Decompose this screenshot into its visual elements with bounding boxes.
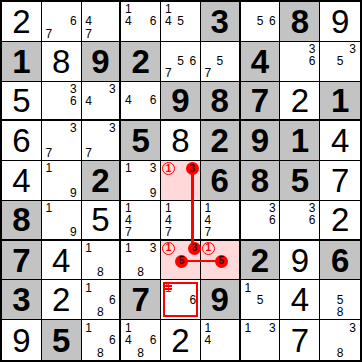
solved-digit: 2: [171, 324, 189, 357]
chain-candidate-on-icon: 3: [188, 242, 201, 255]
empty-candidate-slot: [294, 214, 306, 226]
empty-candidate-slot: [334, 281, 347, 293]
candidate: 1: [242, 321, 254, 334]
candidate: 3: [346, 321, 359, 334]
empty-candidate-slot: [321, 67, 334, 79]
empty-candidate-slot: [43, 174, 55, 186]
cell-r5c3[interactable]: 2: [82, 161, 122, 201]
candidate-grid: 57: [202, 43, 238, 80]
empty-candidate-slot: [162, 43, 174, 55]
cell-r4c8[interactable]: 1: [280, 121, 320, 161]
empty-candidate-slot: [43, 122, 55, 134]
cell-r8c7[interactable]: 15: [241, 280, 281, 320]
empty-candidate-slot: [55, 28, 67, 40]
cell-r5c2[interactable]: 19: [42, 161, 82, 201]
empty-candidate-slot: [94, 83, 106, 95]
cell-r9c7[interactable]: 13: [241, 320, 281, 360]
candidate: 9: [67, 226, 79, 238]
empty-candidate-slot: [254, 306, 266, 318]
cell-r1c7[interactable]: 56: [241, 2, 281, 42]
empty-candidate-slot: [215, 268, 228, 279]
empty-candidate-slot: [214, 321, 226, 334]
empty-candidate-slot: [214, 334, 226, 347]
candidate: 3: [106, 122, 118, 134]
cell-r1c9[interactable]: 9: [320, 2, 360, 42]
given-digit: 8: [12, 203, 30, 236]
cell-r9c5[interactable]: 2: [161, 320, 201, 360]
empty-candidate-slot: [43, 135, 55, 147]
candidate: 3: [346, 43, 359, 55]
cell-r6c8[interactable]: 36: [280, 201, 320, 241]
empty-candidate-slot: [43, 214, 55, 226]
cell-r5c5[interactable]: 13: [161, 161, 201, 201]
cell-r4c4[interactable]: 5: [121, 121, 161, 161]
candidate: 7: [83, 147, 95, 159]
empty-candidate-slot: [135, 226, 147, 238]
empty-candidate-slot: [174, 202, 186, 214]
candidate: 5: [174, 15, 186, 27]
candidate: 6: [266, 214, 278, 226]
empty-candidate-slot: [94, 147, 106, 159]
empty-candidate-slot: [83, 122, 95, 134]
cell-r3c4[interactable]: 46: [121, 82, 161, 122]
candidate-grid: 135: [162, 242, 199, 279]
empty-candidate-slot: [162, 175, 175, 187]
solved-digit: 2: [291, 84, 309, 117]
candidate-grid: 138: [122, 242, 159, 279]
empty-candidate-slot: [162, 306, 174, 318]
cell-r6c7[interactable]: 36: [241, 201, 281, 241]
empty-candidate-slot: [83, 334, 95, 347]
empty-candidate-slot: [122, 266, 134, 278]
candidate: 7: [43, 147, 55, 159]
empty-candidate-slot: [43, 187, 55, 199]
solved-digit: 6: [12, 124, 30, 157]
solved-digit: 2: [331, 203, 349, 236]
empty-candidate-slot: [147, 106, 159, 118]
cell-r5c7[interactable]: 8: [241, 161, 281, 201]
empty-candidate-slot: [135, 162, 147, 174]
candidate: 5: [214, 55, 226, 67]
candidate-grid: 147: [202, 202, 238, 238]
empty-candidate-slot: [226, 202, 238, 214]
empty-candidate-slot: [214, 214, 226, 226]
empty-candidate-slot: [122, 346, 134, 359]
candidate: 3: [147, 162, 159, 174]
empty-candidate-slot: [254, 346, 266, 359]
candidate-grid: 56: [242, 3, 279, 40]
empty-candidate-slot: [106, 281, 118, 293]
candidate: 1: [122, 321, 134, 334]
empty-candidate-slot: [55, 15, 67, 27]
empty-candidate-slot: [55, 122, 67, 134]
cell-r8c2[interactable]: 2: [42, 280, 82, 320]
cell-r9c6[interactable]: 14: [201, 320, 241, 360]
candidate-grid: 35: [321, 43, 359, 80]
empty-candidate-slot: [281, 214, 293, 226]
cell-r3c2[interactable]: 36: [42, 82, 82, 122]
chain-candidate-off-icon: 1: [202, 242, 215, 255]
cell-r1c5[interactable]: 145: [161, 2, 201, 42]
candidate: 6: [266, 15, 278, 27]
empty-candidate-slot: [226, 346, 238, 359]
empty-candidate-slot: [321, 306, 334, 318]
candidate: 7: [202, 226, 214, 238]
cell-r3c5[interactable]: 9: [161, 82, 201, 122]
empty-candidate-slot: [254, 28, 266, 40]
candidate-grid: 1468: [122, 321, 159, 359]
solved-digit: 9: [291, 244, 309, 277]
empty-candidate-slot: [175, 242, 188, 255]
cell-r3c3[interactable]: 34: [82, 82, 122, 122]
cell-r7c3[interactable]: 18: [82, 241, 122, 281]
empty-candidate-slot: [135, 321, 147, 334]
empty-candidate-slot: [242, 226, 254, 238]
empty-candidate-slot: [281, 67, 293, 79]
empty-candidate-slot: [266, 226, 278, 238]
candidate: 1: [122, 162, 134, 174]
empty-candidate-slot: [106, 266, 118, 278]
cell-r1c4[interactable]: 146: [121, 2, 161, 42]
empty-candidate-slot: [202, 346, 214, 359]
candidate-grid: 147: [162, 202, 199, 238]
cell-r4c1[interactable]: 6: [2, 121, 42, 161]
empty-candidate-slot: [321, 334, 334, 347]
empty-candidate-slot: [254, 226, 266, 238]
solved-digit: 7: [291, 324, 309, 357]
given-digit: 2: [211, 124, 229, 157]
empty-candidate-slot: [175, 268, 188, 279]
given-digit: 3: [12, 283, 30, 316]
empty-candidate-slot: [55, 214, 67, 226]
candidate: 1: [43, 162, 55, 174]
empty-candidate-slot: [242, 346, 254, 359]
empty-candidate-slot: [135, 334, 147, 347]
cell-r5c4[interactable]: 139: [121, 161, 161, 201]
empty-candidate-slot: [334, 321, 347, 334]
candidate: 6: [147, 334, 159, 347]
cell-r9c4[interactable]: 1468: [121, 320, 161, 360]
given-digit: 6: [331, 244, 349, 277]
empty-candidate-slot: [147, 346, 159, 359]
cell-r4c5[interactable]: 8: [161, 121, 201, 161]
empty-candidate-slot: [94, 321, 106, 334]
cell-r2c3[interactable]: 9: [82, 42, 122, 82]
empty-candidate-slot: [281, 43, 293, 55]
empty-candidate-slot: [174, 281, 186, 293]
cell-r1c2[interactable]: 67: [42, 2, 82, 42]
candidate: 6: [106, 294, 118, 306]
empty-candidate-slot: [83, 107, 95, 119]
empty-candidate-slot: [135, 83, 147, 95]
empty-candidate-slot: [226, 55, 238, 67]
cell-r7c6[interactable]: 15: [201, 241, 241, 281]
empty-candidate-slot: [83, 135, 95, 147]
empty-candidate-slot: [122, 174, 134, 186]
empty-candidate-slot: [294, 226, 306, 238]
candidate: 1: [83, 321, 95, 334]
empty-candidate-slot: [94, 3, 106, 15]
empty-candidate-slot: [281, 202, 293, 214]
candidate: 8: [94, 306, 106, 318]
cell-r9c3[interactable]: 168: [82, 320, 122, 360]
candidate: 7: [122, 226, 134, 238]
candidate: 8: [135, 346, 147, 359]
empty-candidate-slot: [187, 306, 199, 318]
empty-candidate-slot: [83, 306, 95, 318]
cell-r6c4[interactable]: 147: [121, 201, 161, 241]
candidate: 4: [83, 95, 95, 107]
candidate: 1: [83, 242, 95, 254]
cell-r6c9[interactable]: 2: [320, 201, 360, 241]
cell-r4c3[interactable]: 37: [82, 121, 122, 161]
candidate: 4: [122, 94, 134, 106]
empty-candidate-slot: [83, 294, 95, 306]
cell-r3c6[interactable]: 8: [201, 82, 241, 122]
cell-r2c1[interactable]: 1: [2, 42, 42, 82]
chain-candidate-on-icon: 5: [215, 255, 228, 268]
cell-r9c8[interactable]: 7: [280, 320, 320, 360]
cell-r5c8[interactable]: 5: [280, 161, 320, 201]
candidate-grid: 34: [83, 83, 119, 119]
empty-candidate-slot: [55, 3, 67, 15]
empty-candidate-slot: [202, 43, 214, 55]
cell-r1c8[interactable]: 8: [280, 2, 320, 42]
empty-candidate-slot: [174, 28, 186, 40]
empty-candidate-slot: [294, 202, 306, 214]
empty-candidate-slot: [186, 187, 199, 199]
given-digit: 8: [251, 164, 269, 197]
empty-candidate-slot: [242, 202, 254, 214]
candidate: 1: [202, 321, 214, 334]
eliminated-candidate: 1: [162, 281, 174, 293]
solved-digit: 4: [52, 244, 70, 277]
cell-r9c1[interactable]: 9: [2, 320, 42, 360]
empty-candidate-slot: [266, 334, 278, 347]
empty-candidate-slot: [162, 255, 175, 268]
empty-candidate-slot: [175, 187, 186, 199]
cell-r4c9[interactable]: 4: [320, 121, 360, 161]
empty-candidate-slot: [106, 254, 118, 266]
empty-candidate-slot: [321, 281, 334, 293]
given-digit: 6: [211, 164, 229, 197]
empty-candidate-slot: [43, 15, 55, 27]
empty-candidate-slot: [106, 306, 118, 318]
given-digit: 5: [52, 324, 70, 357]
empty-candidate-slot: [147, 28, 159, 40]
cell-r2c8[interactable]: 36: [280, 42, 320, 82]
empty-candidate-slot: [43, 107, 55, 119]
solved-digit: 4: [331, 124, 349, 157]
cell-r8c4[interactable]: 7: [121, 280, 161, 320]
solved-digit: 8: [52, 45, 70, 78]
empty-candidate-slot: [67, 174, 79, 186]
empty-candidate-slot: [106, 3, 118, 15]
cell-r8c5[interactable]: 16: [161, 280, 201, 320]
cell-r3c7[interactable]: 7: [241, 82, 281, 122]
empty-candidate-slot: [147, 174, 159, 186]
given-digit: 4: [251, 45, 269, 78]
candidate: 1: [242, 281, 254, 293]
empty-candidate-slot: [346, 306, 359, 318]
candidate-grid: 36: [43, 83, 80, 119]
empty-candidate-slot: [122, 28, 134, 40]
cell-r8c8[interactable]: 4: [280, 280, 320, 320]
cell-r5c1[interactable]: 4: [2, 161, 42, 201]
cell-r6c2[interactable]: 19: [42, 201, 82, 241]
empty-candidate-slot: [226, 334, 238, 347]
empty-candidate-slot: [83, 266, 95, 278]
candidate-grid: 14: [202, 321, 238, 359]
cell-r2c2[interactable]: 8: [42, 42, 82, 82]
cell-r2c6[interactable]: 57: [201, 42, 241, 82]
cell-r7c5[interactable]: 135: [161, 241, 201, 281]
empty-candidate-slot: [254, 214, 266, 226]
sudoku-board: 2674714614535689189256757436355363446987…: [0, 0, 362, 362]
candidate-grid: 36: [281, 202, 318, 238]
empty-candidate-slot: [214, 67, 226, 79]
given-digit: 2: [251, 244, 269, 277]
given-digit: 2: [132, 45, 150, 78]
given-digit: 8: [291, 5, 309, 38]
cell-r6c3[interactable]: 5: [82, 201, 122, 241]
empty-candidate-slot: [55, 174, 67, 186]
cell-r8c6[interactable]: 9: [201, 280, 241, 320]
cell-r2c5[interactable]: 567: [161, 42, 201, 82]
empty-candidate-slot: [135, 187, 147, 199]
cell-r2c7[interactable]: 4: [241, 42, 281, 82]
cell-r9c9[interactable]: 38: [320, 320, 360, 360]
candidate-grid: 13: [242, 321, 279, 359]
candidate: 8: [334, 346, 347, 359]
empty-candidate-slot: [228, 242, 238, 255]
empty-candidate-slot: [187, 226, 199, 238]
solved-digit: 2: [52, 283, 70, 316]
empty-candidate-slot: [346, 55, 359, 67]
candidate-grid: 58: [321, 281, 359, 318]
empty-candidate-slot: [147, 226, 159, 238]
candidate-grid: 168: [83, 321, 119, 359]
empty-candidate-slot: [94, 334, 106, 347]
empty-candidate-slot: [135, 28, 147, 40]
cell-r6c5[interactable]: 147: [161, 201, 201, 241]
candidate-grid: 36: [242, 202, 279, 238]
cell-r8c1[interactable]: 3: [2, 280, 42, 320]
empty-candidate-slot: [242, 334, 254, 347]
cell-r2c4[interactable]: 2: [121, 42, 161, 82]
cell-r3c9[interactable]: 1: [320, 82, 360, 122]
cell-r5c6[interactable]: 6: [201, 161, 241, 201]
empty-candidate-slot: [83, 346, 95, 359]
candidate-grid: 38: [321, 321, 359, 359]
empty-candidate-slot: [122, 187, 134, 199]
candidate: 3: [147, 242, 159, 254]
candidate-grid: 15: [242, 281, 279, 318]
cell-r7c4[interactable]: 138: [121, 241, 161, 281]
cell-r8c9[interactable]: 58: [320, 280, 360, 320]
cell-r4c6[interactable]: 2: [201, 121, 241, 161]
cell-r7c9[interactable]: 6: [320, 241, 360, 281]
candidate: 3: [67, 83, 79, 95]
empty-candidate-slot: [254, 334, 266, 347]
cell-r1c3[interactable]: 47: [82, 2, 122, 42]
candidate: 6: [147, 15, 159, 27]
candidate: 5: [254, 294, 266, 306]
empty-candidate-slot: [147, 202, 159, 214]
cell-r7c1[interactable]: 7: [2, 241, 42, 281]
cell-r7c2[interactable]: 4: [42, 241, 82, 281]
empty-candidate-slot: [55, 187, 67, 199]
cell-r4c7[interactable]: 9: [241, 121, 281, 161]
empty-candidate-slot: [43, 83, 55, 95]
empty-candidate-slot: [346, 346, 359, 359]
candidate: 7: [202, 67, 214, 79]
cell-r4c2[interactable]: 37: [42, 121, 82, 161]
empty-candidate-slot: [214, 202, 226, 214]
empty-candidate-slot: [135, 3, 147, 15]
empty-candidate-slot: [67, 162, 79, 174]
empty-candidate-slot: [135, 174, 147, 186]
candidate-grid: 36: [281, 43, 318, 80]
given-digit: 1: [12, 45, 30, 78]
empty-candidate-slot: [281, 55, 293, 67]
empty-candidate-slot: [162, 187, 175, 199]
empty-candidate-slot: [55, 226, 67, 238]
empty-candidate-slot: [202, 255, 215, 268]
cell-r6c1[interactable]: 8: [2, 201, 42, 241]
cell-r7c7[interactable]: 2: [241, 241, 281, 281]
empty-candidate-slot: [254, 281, 266, 293]
cell-r6c6[interactable]: 147: [201, 201, 241, 241]
candidate: 4: [122, 334, 134, 347]
empty-candidate-slot: [135, 106, 147, 118]
empty-candidate-slot: [254, 202, 266, 214]
empty-candidate-slot: [55, 135, 67, 147]
cell-r3c8[interactable]: 2: [280, 82, 320, 122]
cell-r5c9[interactable]: 7: [320, 161, 360, 201]
empty-candidate-slot: [228, 255, 238, 268]
given-digit: 7: [251, 84, 269, 117]
empty-candidate-slot: [94, 122, 106, 134]
empty-candidate-slot: [43, 95, 55, 107]
candidate-grid: 19: [43, 162, 80, 199]
solved-digit: 9: [331, 5, 349, 38]
cell-r9c2[interactable]: 5: [42, 320, 82, 360]
empty-candidate-slot: [242, 214, 254, 226]
solved-digit: 5: [91, 203, 109, 236]
candidate-grid: 37: [43, 122, 80, 159]
empty-candidate-slot: [321, 55, 334, 67]
cell-r7c8[interactable]: 9: [280, 241, 320, 281]
cell-r1c1[interactable]: 2: [2, 2, 42, 42]
empty-candidate-slot: [106, 28, 118, 40]
cell-r2c9[interactable]: 35: [320, 42, 360, 82]
cell-r8c3[interactable]: 168: [82, 280, 122, 320]
empty-candidate-slot: [94, 281, 106, 293]
cell-r3c1[interactable]: 5: [2, 82, 42, 122]
given-digit: 8: [211, 84, 229, 117]
candidate: 4: [83, 15, 95, 27]
empty-candidate-slot: [306, 67, 318, 79]
empty-candidate-slot: [242, 15, 254, 27]
candidate-grid: 67: [43, 3, 80, 40]
candidate: 1: [83, 281, 95, 293]
cell-r1c6[interactable]: 3: [201, 2, 241, 42]
candidate: 7: [83, 28, 95, 40]
empty-candidate-slot: [174, 306, 186, 318]
empty-candidate-slot: [55, 162, 67, 174]
candidate: 6: [147, 94, 159, 106]
